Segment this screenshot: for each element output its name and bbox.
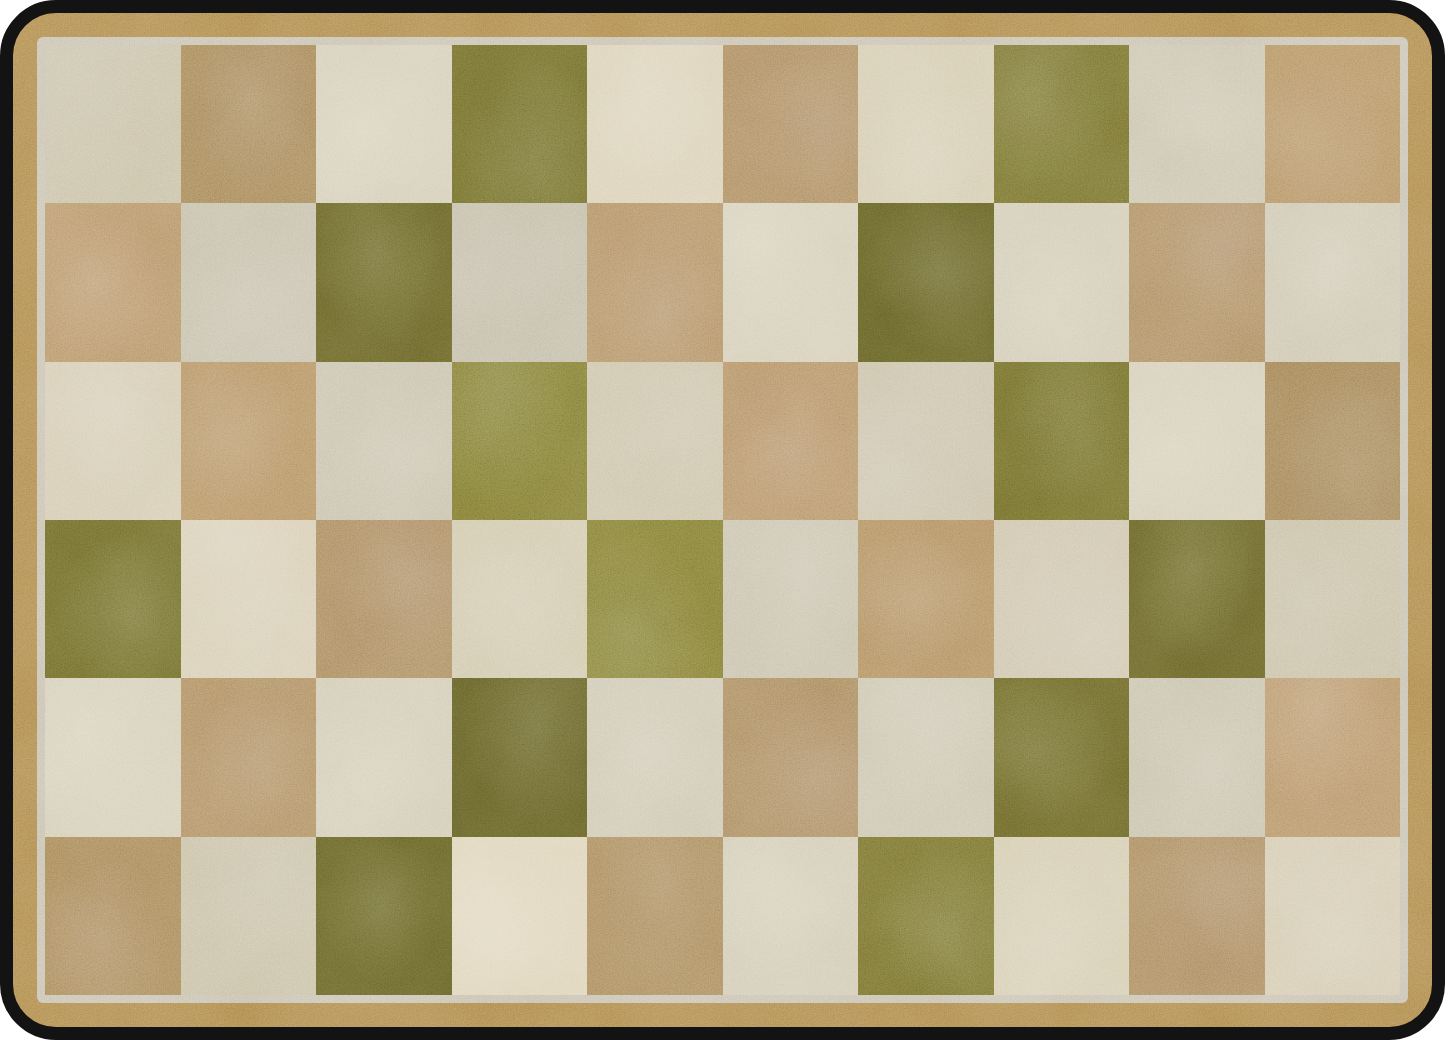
square-r4c6-cream [723,520,859,678]
square-r1c5-cream [587,45,723,203]
square-r6c10-cream [1265,837,1401,995]
square-r3c7-cream [858,362,994,520]
square-r1c10-brown [1265,45,1401,203]
square-r5c2-brown [181,678,317,836]
square-r3c1-cream [45,362,181,520]
square-r6c2-cream [181,837,317,995]
square-r4c2-cream [181,520,317,678]
square-r5c1-cream [45,678,181,836]
square-r5c6-brown [723,678,859,836]
square-r2c5-brown [587,203,723,361]
square-r2c2-cream [181,203,317,361]
square-r5c10-brown [1265,678,1401,836]
square-r3c8-green [994,362,1130,520]
square-r6c1-brown [45,837,181,995]
square-r5c4-green [452,678,588,836]
rug [0,0,1445,1040]
square-r1c8-green [994,45,1130,203]
square-r5c5-cream [587,678,723,836]
square-r4c4-cream [452,520,588,678]
square-r6c9-brown [1129,837,1265,995]
square-r6c8-cream [994,837,1130,995]
square-r6c7-green [858,837,994,995]
square-r6c5-brown [587,837,723,995]
square-r1c9-cream [1129,45,1265,203]
square-r2c4-cream [452,203,588,361]
square-r5c8-green [994,678,1130,836]
square-r1c7-cream [858,45,994,203]
square-r2c3-green [316,203,452,361]
square-r3c10-brown [1265,362,1401,520]
square-r6c4-cream [452,837,588,995]
square-r3c3-cream [316,362,452,520]
square-r2c1-brown [45,203,181,361]
square-r3c9-cream [1129,362,1265,520]
square-r2c10-cream [1265,203,1401,361]
inner-pinstripe-border [37,37,1408,1003]
square-r2c9-brown [1129,203,1265,361]
square-r1c2-brown [181,45,317,203]
square-r4c8-cream [994,520,1130,678]
square-r5c9-cream [1129,678,1265,836]
square-r3c6-brown [723,362,859,520]
square-r4c5-green [587,520,723,678]
square-r1c4-green [452,45,588,203]
square-r3c2-brown [181,362,317,520]
square-r1c3-cream [316,45,452,203]
square-r1c1-cream [45,45,181,203]
square-r1c6-brown [723,45,859,203]
square-r4c10-cream [1265,520,1401,678]
square-r3c4-green [452,362,588,520]
square-r5c7-cream [858,678,994,836]
square-r3c5-cream [587,362,723,520]
square-r4c9-green [1129,520,1265,678]
square-r2c8-cream [994,203,1130,361]
square-r4c1-green [45,520,181,678]
rug-photo [0,0,1445,1040]
checkerboard-board [45,45,1400,995]
square-r5c3-cream [316,678,452,836]
square-r2c6-cream [723,203,859,361]
square-r2c7-green [858,203,994,361]
square-r4c3-brown [316,520,452,678]
square-r6c6-cream [723,837,859,995]
square-r4c7-brown [858,520,994,678]
square-r6c3-green [316,837,452,995]
